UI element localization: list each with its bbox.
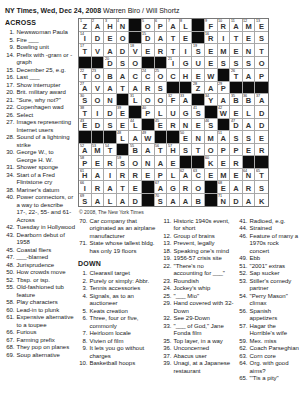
cell-r12c7[interactable]: A [155, 156, 168, 168]
cell-r10c15[interactable]: E [255, 131, 268, 143]
cell-letter: A [180, 198, 192, 206]
cell-r4c5[interactable]: O [129, 57, 142, 69]
cell-r7c7[interactable]: O [155, 94, 168, 106]
cell-r1c7[interactable]: 6P [155, 19, 168, 31]
cell-r3c9[interactable]: I [180, 44, 193, 56]
across-clue-list: 1.Newswoman Paula5.Fire ___9.Bowling uni… [5, 29, 75, 359]
cell-letter: S [104, 122, 116, 130]
cell-r12c1[interactable]: 58P [79, 156, 92, 168]
cell-r14c3[interactable]: A [104, 181, 117, 193]
cell-letter: E [255, 135, 268, 143]
cell-r7c11[interactable]: 34Y [205, 94, 218, 106]
cell-r11c1[interactable]: 52A [79, 144, 92, 156]
cell-r5c4[interactable]: A [117, 69, 130, 81]
clue-number: 52. [238, 270, 250, 278]
cell-r11c10[interactable]: T [192, 144, 205, 156]
cell-r8c9[interactable]: G [180, 106, 193, 118]
cell-r1c11[interactable]: 9F [205, 19, 218, 31]
clue-across-16: 16.Last ___ [5, 74, 75, 82]
cell-r2c14[interactable]: E [243, 32, 256, 44]
cell-r2c15[interactable]: S [255, 32, 268, 44]
cell-r8c14[interactable]: L [243, 106, 256, 118]
cell-letter: H [180, 73, 192, 81]
cell-r9c10[interactable]: E [192, 119, 205, 131]
cell-r15c8[interactable]: A [167, 194, 180, 206]
cell-r10c12[interactable]: 51A [218, 131, 231, 143]
cell-r4c8[interactable]: 21I [167, 57, 180, 69]
cell-r2c7[interactable]: A [155, 32, 168, 44]
clue-text: "Perry Mason" climax [250, 293, 301, 308]
cell-r12c13[interactable]: R [230, 156, 243, 168]
cell-r3c8[interactable]: T [167, 44, 180, 56]
cell-r12c11[interactable]: 60K [205, 156, 218, 168]
cell-r3c12[interactable]: M [218, 44, 231, 56]
cell-letter: E [192, 122, 204, 130]
cell-r13c4[interactable]: R [117, 169, 130, 181]
cell-r9c2[interactable]: D [92, 119, 105, 131]
clue-number: 1. [5, 29, 17, 37]
cell-r5c14[interactable]: A [243, 69, 256, 81]
clue-text: "Sure, why not?" [17, 97, 76, 105]
cell-letter: D [92, 122, 104, 130]
cell-r1c3[interactable]: 3H [104, 19, 117, 31]
lower-clue-column-1: 70.Car company that originated as an air… [78, 218, 158, 383]
cell-letter: F [205, 23, 217, 31]
cell-r13c15[interactable]: 65T [255, 169, 268, 181]
cell-letter: L [129, 122, 141, 130]
clue-text: Basketball hoops [90, 360, 159, 368]
cell-r6c4[interactable]: T [117, 82, 130, 94]
cell-r14c7[interactable]: 67A [155, 181, 168, 193]
cell-r15c2[interactable]: A [92, 194, 105, 206]
cell-r5c1[interactable]: 22T [79, 69, 92, 81]
cell-r3c1[interactable]: 17T [79, 44, 92, 56]
clue-number: 9. [78, 345, 90, 360]
cell-r5c5[interactable]: C [129, 69, 142, 81]
cell-r11c11[interactable]: O [205, 144, 218, 156]
cell-r7c6[interactable]: O [142, 94, 155, 106]
cell-r5c10[interactable]: E [192, 69, 205, 81]
cell-r14c4[interactable]: T [117, 181, 130, 193]
cell-r3c13[interactable]: E [230, 44, 243, 56]
clue-number: 60. [5, 307, 17, 315]
cell-r3c5[interactable]: 18V [129, 44, 142, 56]
cell-r3c14[interactable]: N [243, 44, 256, 56]
cell-r1c9[interactable]: 8L [180, 19, 193, 31]
cell-r14c1[interactable]: 66I [79, 181, 92, 193]
cell-r11c2[interactable]: 53M [92, 144, 105, 156]
cell-r6c11[interactable]: A [205, 82, 218, 94]
cell-r11c9[interactable]: S [180, 144, 193, 156]
cell-r1c14[interactable]: 12M [243, 19, 256, 31]
cell-r12c2[interactable]: E [92, 156, 105, 168]
cell-r3c15[interactable]: T [255, 44, 268, 56]
cell-r8c1[interactable]: 38T [79, 106, 92, 118]
cell-r4c3[interactable]: 20D [104, 57, 117, 69]
clue-text: Play characters [17, 299, 76, 307]
cell-r14c13[interactable]: A [230, 181, 243, 193]
cell-r6c7[interactable]: S [155, 82, 168, 94]
cell-r12c3[interactable]: R [104, 156, 117, 168]
cell-r2c9[interactable]: E [180, 32, 193, 44]
cell-r4c9[interactable]: G [180, 57, 193, 69]
cell-r15c10[interactable]: B [192, 194, 205, 206]
clue-across-55: 55.Old-fashioned tub feature [5, 284, 75, 299]
cell-r2c12[interactable]: I [218, 32, 231, 44]
clue-number: 13. [162, 240, 174, 248]
clue-text: Top layer, in a way [174, 338, 235, 346]
cell-r3c2[interactable]: V [92, 44, 105, 56]
cell-r15c5[interactable]: D [129, 194, 142, 206]
cell-r1c2[interactable]: 2A [92, 19, 105, 31]
cell-r7c8[interactable]: 32F [167, 94, 180, 106]
cell-r10c13[interactable]: S [230, 131, 243, 143]
cell-r11c3[interactable]: 54T [104, 144, 117, 156]
cell-r3c4[interactable]: D [117, 44, 130, 56]
cell-letter: U [192, 60, 204, 68]
cell-letter: I [218, 35, 230, 43]
cell-r10c6[interactable]: 49W [142, 131, 155, 143]
cell-letter: A [243, 198, 255, 206]
clue-number: 46. [238, 233, 250, 256]
cell-r8c10[interactable]: 41S [192, 106, 205, 118]
clue-text: Select [17, 112, 76, 120]
cell-letter: S [255, 185, 268, 193]
clue-across-9: 9.Bowling unit [5, 44, 75, 52]
clue-number: 26. [5, 112, 17, 120]
cell-r5c8[interactable]: C [167, 69, 180, 81]
cell-r8c12[interactable]: 42W [218, 106, 231, 118]
clue-text: December 25, e.g. [17, 67, 76, 75]
cell-r6c2[interactable]: V [92, 82, 105, 94]
cell-r15c12[interactable]: 71N [218, 194, 231, 206]
cell-r3c10[interactable]: 19S [192, 44, 205, 56]
cell-r1c6[interactable]: 5O [142, 19, 155, 31]
cell-r12c5[interactable]: O [129, 156, 142, 168]
cell-letter: I [92, 110, 104, 118]
cell-r4c14[interactable]: S [243, 57, 256, 69]
cell-r15c15[interactable]: K [255, 194, 268, 206]
cell-r7c13[interactable]: 35B [230, 94, 243, 106]
cell-r8c15[interactable]: D [255, 106, 268, 118]
cell-r3c3[interactable]: A [104, 44, 117, 56]
cell-r9c7[interactable]: 45E [155, 119, 168, 131]
clue-down-49: 49.Ebb [238, 255, 300, 263]
cell-r9c13[interactable]: 47D [230, 119, 243, 131]
cell-letter: L [243, 110, 255, 118]
cell-r13c13[interactable]: E [230, 169, 243, 181]
clue-across-67: 67.Farming prefix [5, 337, 75, 345]
cell-r11c14[interactable]: E [243, 144, 256, 156]
cell-letter: T [167, 48, 179, 56]
cell-r7c15[interactable]: 37A [255, 94, 268, 106]
cell-r13c6[interactable]: E [142, 169, 155, 181]
cell-r6c10[interactable]: 28Z [192, 82, 205, 94]
clue-number: 39. [162, 360, 174, 375]
cell-r5c3[interactable]: B [104, 69, 117, 81]
cell-r13c10[interactable]: 63C [192, 169, 205, 181]
cell-r7c2[interactable]: O [92, 94, 105, 106]
cell-r8c7[interactable]: L [155, 106, 168, 118]
cell-letter: N [180, 122, 192, 130]
cell-r14c12[interactable]: 68E [218, 181, 231, 193]
clue-number: 19. [162, 255, 174, 263]
cell-r15c4[interactable]: A [117, 194, 130, 206]
cell-r3c7[interactable]: R [155, 44, 168, 56]
cell-r1c15[interactable]: 13E [255, 19, 268, 31]
cell-r4c12[interactable]: S [218, 57, 231, 69]
cell-r14c6 [142, 181, 155, 193]
cell-r12c12[interactable]: E [218, 156, 231, 168]
cell-letter: S [180, 147, 192, 155]
cell-letter: S [192, 110, 204, 118]
cell-letter: L [129, 97, 141, 105]
cell-r13c3[interactable]: I [104, 169, 117, 181]
cell-r9c5[interactable]: 44L [129, 119, 142, 131]
cell-r9c14[interactable]: A [243, 119, 256, 131]
clue-number: 71. [78, 240, 90, 255]
cell-r8c2[interactable]: I [92, 106, 105, 118]
clue-number: 7. [78, 330, 90, 338]
clue-text: Roundish [174, 278, 235, 286]
clue-across-60: 60.Lead-in to plunk [5, 307, 75, 315]
cell-r1c8[interactable]: 7A [167, 19, 180, 31]
cell-letter: S [79, 97, 91, 105]
cell-r15c13[interactable]: D [230, 194, 243, 206]
cell-r9c4[interactable]: E [117, 119, 130, 131]
cell-r10c5[interactable]: A [129, 131, 142, 143]
cell-r6c1[interactable]: 27A [79, 82, 92, 94]
cell-letter: I [79, 35, 91, 43]
clue-across-43: 43.Dearborn debut of 1958 [5, 232, 75, 247]
cell-r1c12[interactable]: 10R [218, 19, 231, 31]
cell-r7c12[interactable]: A [218, 94, 231, 106]
cell-r14c2[interactable]: R [92, 181, 105, 193]
clue-number: 23. [162, 278, 174, 286]
cell-r13c14[interactable]: 64N [243, 169, 256, 181]
cell-r10c4[interactable]: 48L [117, 131, 130, 143]
cell-r2c4[interactable]: O [117, 32, 130, 44]
cell-letter: D [117, 48, 129, 56]
clue-down-9: 9.It lets you go without charges [78, 345, 158, 360]
cell-r6c6[interactable]: R [142, 82, 155, 94]
cell-r5c13[interactable]: 26T [230, 69, 243, 81]
cell-r14c14[interactable]: R [243, 181, 256, 193]
cell-letter: S [230, 60, 242, 68]
clue-across-66: 66.Furious [5, 329, 75, 337]
clue-down-32: 32.See 29-Down [162, 315, 234, 323]
cell-r4c13[interactable]: S [230, 57, 243, 69]
clue-across-27: 27.Images representing Internet users [5, 119, 75, 134]
clue-text: Coach Parseghian [250, 345, 301, 353]
cell-r11c8[interactable]: 57H [167, 144, 180, 156]
cell-r6c12[interactable]: 29P [218, 82, 231, 94]
down-clue-list-1: 1.Clearasil target2.Purely or simply: Ab… [78, 270, 158, 368]
cell-r4c11[interactable]: E [205, 57, 218, 69]
cell-letter: S [243, 135, 255, 143]
cell-r13c7[interactable]: P [155, 169, 168, 181]
cell-r10c14[interactable]: S [243, 131, 256, 143]
cell-r7c5[interactable]: 31L [129, 94, 142, 106]
clue-text: Copenhagen wad [17, 104, 76, 112]
clue-text: Feature of many a 1970s rock concert [250, 233, 301, 256]
clue-down-33: 33."___ of God," Jane Fonda film [162, 323, 234, 338]
cell-letter: M [92, 147, 104, 155]
cell-r2c2[interactable]: D [92, 32, 105, 44]
cell-letter: A [117, 198, 129, 206]
cell-r12c8[interactable]: E [167, 156, 180, 168]
cell-letter: A [104, 48, 116, 56]
cell-r6c8 [167, 82, 180, 94]
clue-number: 28. [5, 134, 17, 149]
cell-letter: M [218, 172, 230, 180]
cell-r4c10[interactable]: U [192, 57, 205, 69]
cell-r3c6[interactable]: E [142, 44, 155, 56]
cell-letter: M [218, 48, 230, 56]
cell-r11c12[interactable]: P [218, 144, 231, 156]
cell-r7c3[interactable]: N [104, 94, 117, 106]
cell-r15c1[interactable]: 69S [79, 194, 92, 206]
cell-r15c7[interactable]: 70S [155, 194, 168, 206]
cell-r10c11[interactable]: M [205, 131, 218, 143]
cell-r9c15[interactable]: D [255, 119, 268, 131]
cell-r15c3[interactable]: L [104, 194, 117, 206]
cell-r9c3[interactable]: S [104, 119, 117, 131]
cell-r11c5[interactable]: 55B [129, 144, 142, 156]
clue-number: 27. [5, 119, 17, 134]
clue-number: 38. [5, 187, 17, 195]
clue-number: 18. [162, 248, 174, 256]
cell-r14c15[interactable]: S [255, 181, 268, 193]
cell-r5c7[interactable]: 25O [155, 69, 168, 81]
clue-number: 47. [5, 254, 17, 262]
clue-number: 5. [5, 37, 17, 45]
cell-r14c8[interactable]: G [167, 181, 180, 193]
cell-r11c15[interactable]: R [255, 144, 268, 156]
cell-r8c4[interactable]: 39E [117, 106, 130, 118]
cell-r3c11[interactable]: E [205, 44, 218, 56]
cell-r10c10[interactable]: N [192, 131, 205, 143]
clue-number: 44. [238, 225, 250, 233]
cell-r13c12[interactable]: M [218, 169, 231, 181]
cell-r11c13[interactable]: P [230, 144, 243, 156]
cell-r4c4[interactable]: S [117, 57, 130, 69]
clue-number: 63. [238, 353, 250, 361]
cell-r2c8[interactable]: T [167, 32, 180, 44]
clue-number: 65. [238, 375, 250, 383]
cell-letter: E [104, 35, 116, 43]
cell-r8c8[interactable]: U [167, 106, 180, 118]
clue-text: Power connectors, or a way to describe 1… [17, 194, 76, 224]
cell-letter: D [230, 198, 242, 206]
cell-letter: A [243, 73, 255, 81]
cell-r13c1[interactable]: 61H [79, 169, 92, 181]
cell-r5c2[interactable]: 23O [92, 69, 105, 81]
cell-letter: E [180, 35, 192, 43]
cell-r14c9[interactable]: R [180, 181, 193, 193]
clue-number: 37. [162, 353, 174, 361]
cell-r13c11[interactable]: E [205, 169, 218, 181]
cell-r8c6[interactable]: 40P [142, 106, 155, 118]
cell-r15c9[interactable]: A [180, 194, 193, 206]
cell-r10c9[interactable]: 50E [180, 131, 193, 143]
cell-letter: N [218, 198, 230, 206]
clue-number: 4. [78, 293, 90, 308]
clue-text: Tbsp. or tsp. [17, 277, 76, 285]
cell-r2c13[interactable]: T [230, 32, 243, 44]
cell-r7c9[interactable]: 33A [180, 94, 193, 106]
cell-r13c8[interactable]: L [167, 169, 180, 181]
cell-r13c5[interactable]: R [129, 169, 142, 181]
cell-r9c9[interactable]: N [180, 119, 193, 131]
puzzle-title: NY Times, Wed, Dec 24, 2008 [5, 7, 101, 14]
cell-r8c3[interactable]: D [104, 106, 117, 118]
clue-down-12: 12.Group of brains [162, 233, 234, 241]
cell-letter: A [180, 97, 192, 105]
cell-r11c7[interactable]: 56T [155, 144, 168, 156]
cell-letter: R [230, 160, 242, 168]
cell-r13c2[interactable]: A [92, 169, 105, 181]
cell-r5c11[interactable]: W [205, 69, 218, 81]
cell-r14c5[interactable]: E [129, 181, 142, 193]
cell-r9c1[interactable]: 43E [79, 119, 92, 131]
clue-down-37: 37.Abacus user [162, 353, 234, 361]
cell-r2c1[interactable]: 14I [79, 32, 92, 44]
cell-r9c8[interactable]: R [167, 119, 180, 131]
cell-r11c6[interactable]: A [142, 144, 155, 156]
cell-letter: S [243, 60, 255, 68]
cell-r13c9[interactable]: 62A [180, 169, 193, 181]
cell-letter: O [255, 60, 268, 68]
cell-letter: Z [79, 23, 91, 31]
clue-down-2: 2.Purely or simply: Abbr. [78, 278, 158, 286]
clue-text: Tennis accessories [90, 285, 159, 293]
clue-text: Sound of a lightning strike [17, 134, 76, 149]
cell-r2c11[interactable]: 16R [205, 32, 218, 44]
clue-down-51: 51."2001" extras [238, 263, 300, 271]
cell-r10c7 [155, 131, 168, 143]
cell-r1c1[interactable]: 1Z [79, 19, 92, 31]
cell-r1c4[interactable]: 4N [117, 19, 130, 31]
cell-r2c6[interactable]: 15D [142, 32, 155, 44]
cell-r7c14[interactable]: 36B [243, 94, 256, 106]
clue-number: 43. [5, 232, 17, 247]
cell-r15c14[interactable]: A [243, 194, 256, 206]
cell-letter: T [104, 147, 116, 155]
cell-r5c6[interactable]: 24C [142, 69, 155, 81]
puzzle-byline: Warren Biro / Will Shortz [101, 7, 179, 14]
cell-r6c3[interactable]: A [104, 82, 117, 94]
cell-r6c5[interactable]: A [129, 82, 142, 94]
cell-r2c3[interactable]: E [104, 32, 117, 44]
cell-r1c13[interactable]: 11A [230, 19, 243, 31]
cell-r12c6[interactable]: N [142, 156, 155, 168]
cell-letter: T [117, 185, 129, 193]
cell-r12c4[interactable]: 59S [117, 156, 130, 168]
cell-r8c13[interactable]: E [230, 106, 243, 118]
cell-letter: C [129, 73, 141, 81]
clue-number: 64. [238, 360, 250, 375]
cell-r7c1[interactable]: 30S [79, 94, 92, 106]
cell-r4c15[interactable]: O [255, 57, 268, 69]
cell-r5c12 [218, 69, 231, 81]
clue-number: 32. [162, 315, 174, 323]
cell-r9c11[interactable]: 46S [205, 119, 218, 131]
cell-r14c10[interactable]: O [192, 181, 205, 193]
cell-r5c15[interactable]: P [255, 69, 268, 81]
cell-r5c9[interactable]: H [180, 69, 193, 81]
cell-letter: B [230, 97, 242, 105]
